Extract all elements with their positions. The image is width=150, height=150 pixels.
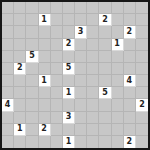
grid-cell[interactable]: [26, 14, 38, 26]
grid-cell[interactable]: [112, 99, 124, 111]
grid-cell[interactable]: [124, 2, 136, 14]
grid-cell[interactable]: [51, 26, 63, 38]
grid-cell[interactable]: [124, 87, 136, 99]
clue-cell-r5c5[interactable]: 5: [63, 63, 75, 75]
grid-cell[interactable]: [26, 136, 38, 148]
grid-cell[interactable]: [99, 112, 111, 124]
grid-cell[interactable]: [112, 14, 124, 26]
grid-cell[interactable]: [14, 112, 26, 124]
clue-cell-r3c9[interactable]: 1: [112, 39, 124, 51]
grid-cell[interactable]: [136, 63, 148, 75]
grid-cell[interactable]: [87, 63, 99, 75]
grid-cell[interactable]: [51, 112, 63, 124]
grid-cell[interactable]: [112, 63, 124, 75]
grid-cell[interactable]: [75, 75, 87, 87]
grid-cell[interactable]: [112, 51, 124, 63]
grid-cell[interactable]: [39, 63, 51, 75]
grid-cell[interactable]: [51, 63, 63, 75]
grid-cell[interactable]: [39, 136, 51, 148]
grid-cell[interactable]: [51, 39, 63, 51]
grid-cell[interactable]: [26, 2, 38, 14]
grid-cell[interactable]: [63, 124, 75, 136]
grid-cell[interactable]: [124, 124, 136, 136]
grid-cell[interactable]: [14, 136, 26, 148]
grid-cell[interactable]: [99, 124, 111, 136]
grid-cell[interactable]: [136, 2, 148, 14]
grid-cell[interactable]: [51, 51, 63, 63]
grid-cell[interactable]: [26, 99, 38, 111]
grid-cell[interactable]: [51, 136, 63, 148]
grid-cell[interactable]: [63, 2, 75, 14]
puzzle-frame: 12322152514154231212: [0, 0, 150, 150]
grid-cell[interactable]: [39, 39, 51, 51]
grid-cell[interactable]: [112, 136, 124, 148]
grid-cell[interactable]: [14, 99, 26, 111]
grid-cell[interactable]: [136, 75, 148, 87]
grid-cell[interactable]: [124, 39, 136, 51]
grid-cell[interactable]: [2, 136, 14, 148]
grid-cell[interactable]: [14, 26, 26, 38]
grid-cell[interactable]: [63, 14, 75, 26]
clue-cell-r11c10[interactable]: 2: [124, 136, 136, 148]
grid-cell[interactable]: [87, 2, 99, 14]
grid-cell[interactable]: [75, 87, 87, 99]
clue-cell-r9c5[interactable]: 3: [63, 112, 75, 124]
grid-cell[interactable]: [99, 99, 111, 111]
grid-cell[interactable]: [136, 136, 148, 148]
grid-cell[interactable]: [87, 136, 99, 148]
clue-cell-r5c1[interactable]: 2: [14, 63, 26, 75]
grid-cell[interactable]: [75, 63, 87, 75]
grid-cell[interactable]: [14, 51, 26, 63]
clue-cell-r2c6[interactable]: 3: [75, 26, 87, 38]
grid-cell[interactable]: [75, 14, 87, 26]
clue-cell-r11c5[interactable]: 1: [63, 136, 75, 148]
grid-cell[interactable]: [87, 87, 99, 99]
clue-cell-r7c8[interactable]: 5: [99, 87, 111, 99]
grid-cell[interactable]: [87, 51, 99, 63]
grid-cell[interactable]: [136, 124, 148, 136]
grid-cell[interactable]: [2, 14, 14, 26]
grid-cell[interactable]: [112, 26, 124, 38]
grid-cell[interactable]: [2, 39, 14, 51]
grid-cell[interactable]: [112, 87, 124, 99]
grid-cell[interactable]: [14, 87, 26, 99]
grid-cell[interactable]: [2, 124, 14, 136]
grid-cell[interactable]: [87, 112, 99, 124]
grid-cell[interactable]: [112, 112, 124, 124]
grid-cell[interactable]: [39, 87, 51, 99]
grid-cell[interactable]: [14, 75, 26, 87]
clue-cell-r2c10[interactable]: 2: [124, 26, 136, 38]
board: 12322152514154231212: [2, 2, 148, 148]
clue-cell-r10c3[interactable]: 2: [39, 124, 51, 136]
grid-cell[interactable]: [75, 2, 87, 14]
grid-cell[interactable]: [51, 75, 63, 87]
grid-cell[interactable]: [51, 99, 63, 111]
grid-cell[interactable]: [2, 2, 14, 14]
grid-cell[interactable]: [2, 75, 14, 87]
grid-cell[interactable]: [75, 51, 87, 63]
grid-cell[interactable]: [136, 26, 148, 38]
grid-cell[interactable]: [26, 26, 38, 38]
grid-cell[interactable]: [99, 75, 111, 87]
grid-cell[interactable]: [63, 99, 75, 111]
grid-cell[interactable]: [51, 14, 63, 26]
grid-cell[interactable]: [99, 51, 111, 63]
grid-cell[interactable]: [124, 51, 136, 63]
grid-cell[interactable]: [39, 26, 51, 38]
clue-cell-r6c3[interactable]: 1: [39, 75, 51, 87]
grid-cell[interactable]: [2, 63, 14, 75]
grid-cell[interactable]: [87, 39, 99, 51]
grid-cell[interactable]: [2, 87, 14, 99]
clue-cell-r1c8[interactable]: 2: [99, 14, 111, 26]
grid-cell[interactable]: [51, 2, 63, 14]
grid-cell[interactable]: [124, 112, 136, 124]
grid-cell[interactable]: [99, 26, 111, 38]
grid-cell[interactable]: [26, 124, 38, 136]
grid-cell[interactable]: [2, 112, 14, 124]
grid-cell[interactable]: [99, 136, 111, 148]
grid-cell[interactable]: [136, 51, 148, 63]
grid-cell[interactable]: [26, 112, 38, 124]
grid-cell[interactable]: [39, 112, 51, 124]
grid-cell[interactable]: [2, 26, 14, 38]
grid-cell[interactable]: [14, 14, 26, 26]
grid-cell[interactable]: [136, 87, 148, 99]
grid-cell[interactable]: [14, 39, 26, 51]
grid-cell[interactable]: [87, 99, 99, 111]
grid-cell[interactable]: [136, 112, 148, 124]
grid-cell[interactable]: [39, 2, 51, 14]
grid-cell[interactable]: [136, 39, 148, 51]
grid-cell[interactable]: [51, 87, 63, 99]
clue-cell-r8c0[interactable]: 4: [2, 99, 14, 111]
grid-cell[interactable]: [87, 14, 99, 26]
grid-cell[interactable]: [75, 124, 87, 136]
grid-cell[interactable]: [87, 124, 99, 136]
grid-cell[interactable]: [26, 39, 38, 51]
grid-cell[interactable]: [112, 75, 124, 87]
grid-cell[interactable]: [14, 2, 26, 14]
grid-cell[interactable]: [75, 99, 87, 111]
grid-cell[interactable]: [136, 14, 148, 26]
grid-cell[interactable]: [99, 39, 111, 51]
grid-cell[interactable]: [51, 124, 63, 136]
clue-cell-r6c10[interactable]: 4: [124, 75, 136, 87]
grid-cell[interactable]: [26, 75, 38, 87]
clue-cell-r7c5[interactable]: 1: [63, 87, 75, 99]
grid-cell[interactable]: [63, 51, 75, 63]
clue-cell-r3c5[interactable]: 2: [63, 39, 75, 51]
grid-cell[interactable]: [39, 51, 51, 63]
grid-cell[interactable]: [112, 124, 124, 136]
clue-cell-r1c3[interactable]: 1: [39, 14, 51, 26]
grid-cell[interactable]: [63, 26, 75, 38]
grid-cell[interactable]: [26, 87, 38, 99]
grid-cell[interactable]: [112, 2, 124, 14]
grid-cell[interactable]: [2, 51, 14, 63]
grid-cell[interactable]: [75, 136, 87, 148]
grid-cell[interactable]: [124, 99, 136, 111]
grid-cell[interactable]: [99, 63, 111, 75]
clue-cell-r8c11[interactable]: 2: [136, 99, 148, 111]
grid-cell[interactable]: [87, 26, 99, 38]
grid-cell[interactable]: [39, 99, 51, 111]
grid-cell[interactable]: [124, 63, 136, 75]
grid-cell[interactable]: [75, 39, 87, 51]
grid-cell[interactable]: [63, 75, 75, 87]
clue-cell-r10c1[interactable]: 1: [14, 124, 26, 136]
grid-cell[interactable]: [26, 63, 38, 75]
grid-cell[interactable]: [75, 112, 87, 124]
grid-cell[interactable]: [124, 14, 136, 26]
grid-cell[interactable]: [99, 2, 111, 14]
grid-cell[interactable]: [87, 75, 99, 87]
clue-cell-r4c2[interactable]: 5: [26, 51, 38, 63]
